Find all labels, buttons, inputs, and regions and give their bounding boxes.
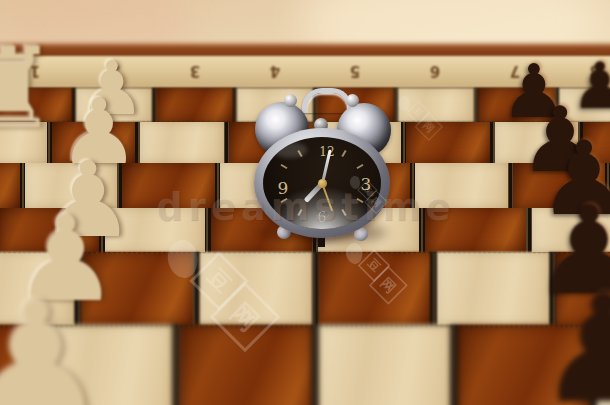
square-c3 [41, 325, 172, 405]
square-c6 [122, 163, 215, 208]
square-f6 [415, 163, 508, 208]
square-g4 [556, 252, 610, 325]
board-coordinate-4: 4 [270, 62, 280, 80]
clock-body: 12 3 9 6 [254, 128, 390, 238]
square-c5 [105, 208, 206, 252]
square-f4 [437, 252, 549, 325]
chess-board-photo: 12345678 ♟♜♟♟♟♟♟♟♟♟♟♟ 12 3 9 6 [0, 0, 610, 405]
square-e3 [319, 325, 450, 405]
clock-handle [302, 88, 352, 113]
square-b7 [52, 122, 136, 163]
board-coordinate-7: 7 [510, 62, 520, 80]
square-g7 [495, 122, 579, 163]
square-f5 [425, 208, 526, 252]
square-c8 [156, 88, 233, 122]
clock-bell-finial-right [346, 94, 359, 107]
alarm-clock: 12 3 9 6 [248, 88, 396, 248]
board-frame-rail: 12345678 [0, 56, 610, 91]
clock-numeral-3: 3 [361, 174, 372, 194]
board-coordinate-1: 1 [30, 62, 40, 80]
square-h7 [583, 122, 610, 163]
board-coordinate-3: 3 [190, 62, 200, 80]
clock-bell-finial-left [284, 94, 297, 107]
board-row-rank4 [0, 252, 610, 332]
square-f7 [406, 122, 490, 163]
square-g8 [478, 88, 555, 122]
square-g3 [597, 325, 610, 405]
board-coordinate-5: 5 [350, 62, 360, 80]
clock-tick-10 [280, 163, 287, 168]
square-b8 [76, 88, 153, 122]
square-f3 [458, 325, 589, 405]
square-d4 [200, 252, 312, 325]
square-d3 [180, 325, 311, 405]
square-a6 [0, 163, 20, 208]
square-b6 [25, 163, 118, 208]
square-c7 [140, 122, 224, 163]
square-g6 [513, 163, 606, 208]
square-c4 [81, 252, 193, 325]
square-h8 [559, 88, 610, 122]
square-g5 [532, 208, 610, 252]
clock-face: 12 3 9 6 [263, 137, 381, 229]
square-f8 [398, 88, 475, 122]
board-coordinate-2: 2 [110, 62, 120, 80]
square-e4 [319, 252, 431, 325]
clock-face-glint [273, 142, 307, 158]
board-row-rank3 [0, 325, 610, 405]
square-a8 [0, 88, 72, 122]
square-b5 [0, 208, 99, 252]
board-coordinate-6: 6 [430, 62, 440, 80]
square-b3 [0, 325, 33, 405]
clock-tick-2 [357, 163, 364, 168]
board-coordinate-8: 8 [590, 62, 600, 80]
square-b4 [0, 252, 74, 325]
square-a7 [0, 122, 47, 163]
clock-tick-1 [341, 150, 346, 157]
